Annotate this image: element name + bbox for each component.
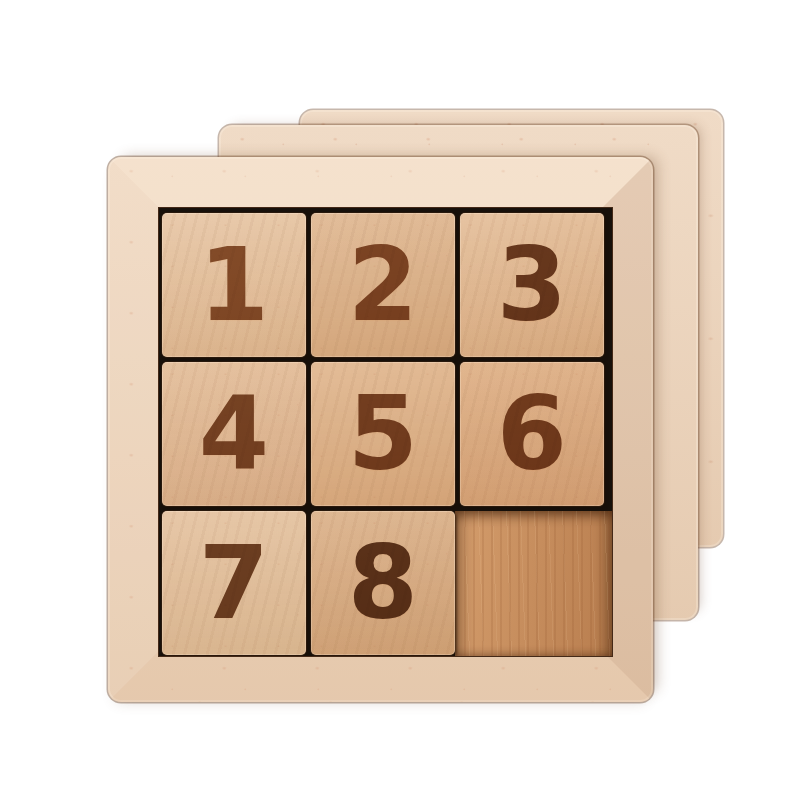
product-photo-scene: 1 2 3 4 5 6 7 [0,0,800,800]
tile-8[interactable]: 8 [311,511,455,655]
tile-number: 1 [162,213,306,357]
tile-3[interactable]: 3 [460,213,604,357]
tile-number: 2 [311,213,455,357]
tile-6[interactable]: 6 [460,362,604,506]
tile-5[interactable]: 5 [311,362,455,506]
frame-edge-top [108,157,653,207]
tile-grid: 1 2 3 4 5 6 7 [162,213,604,655]
puzzle-frame-front: 1 2 3 4 5 6 7 [108,157,653,702]
tile-number: 4 [162,362,306,506]
frame-edge-bottom [108,652,653,702]
tile-4[interactable]: 4 [162,362,306,506]
tile-number: 8 [311,511,455,655]
tile-2[interactable]: 2 [311,213,455,357]
frame-edge-left [108,157,158,702]
puzzle-well: 1 2 3 4 5 6 7 [158,207,613,657]
tile-1[interactable]: 1 [162,213,306,357]
tile-number: 7 [162,511,306,655]
tile-number: 6 [460,362,604,506]
tile-number: 3 [460,213,604,357]
tile-7[interactable]: 7 [162,511,306,655]
tile-number: 5 [311,362,455,506]
